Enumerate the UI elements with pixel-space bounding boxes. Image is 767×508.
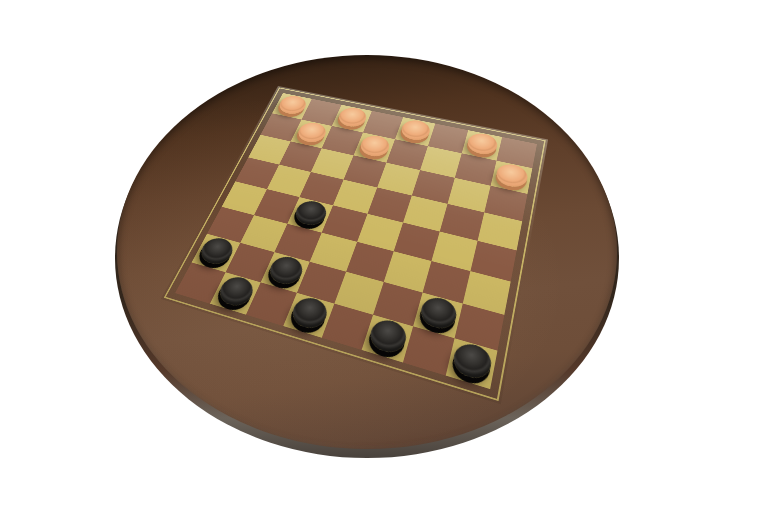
checker-piece-light [357, 133, 392, 158]
checker-piece-dark [265, 254, 306, 288]
checker-piece-light [276, 94, 309, 116]
checker-piece-dark [288, 294, 331, 332]
checker-piece-dark [367, 316, 410, 356]
checker-piece-light [336, 106, 370, 129]
checker-piece-dark [215, 274, 258, 309]
checker-piece-dark [292, 198, 330, 228]
checker-piece-light [465, 131, 499, 156]
checker-piece-light [399, 118, 433, 142]
checker-piece-light [295, 120, 330, 144]
checker-piece-dark [196, 235, 237, 267]
checker-piece-light [494, 162, 529, 190]
checker-piece-dark [450, 340, 493, 383]
checkers-table-photo [0, 0, 767, 508]
checker-piece-dark [418, 294, 460, 332]
